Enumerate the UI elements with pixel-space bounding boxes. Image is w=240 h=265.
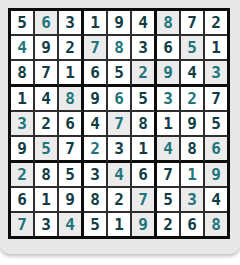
cell-r8c1[interactable]: 6 — [11, 188, 35, 213]
page: { "game": "sudoku", "position": "5631948… — [0, 0, 240, 265]
cell-r1c7[interactable]: 8 — [157, 11, 181, 36]
cell-r7c4[interactable]: 3 — [84, 163, 108, 188]
cell-r8c6[interactable]: 7 — [132, 188, 157, 213]
cell-r9c4[interactable]: 5 — [84, 213, 108, 236]
cell-r7c2[interactable]: 8 — [35, 163, 59, 188]
cell-r5c1[interactable]: 3 — [11, 112, 35, 137]
cell-r8c8[interactable]: 3 — [181, 188, 205, 213]
cell-r8c9[interactable]: 4 — [205, 188, 227, 213]
cell-r2c6[interactable]: 3 — [132, 36, 157, 61]
cell-r8c2[interactable]: 1 — [35, 188, 59, 213]
cell-r8c7[interactable]: 5 — [157, 188, 181, 213]
cell-r7c8[interactable]: 1 — [181, 163, 205, 188]
cell-r3c5[interactable]: 5 — [108, 61, 132, 87]
cell-r3c7[interactable]: 9 — [157, 61, 181, 87]
cell-r9c9[interactable]: 8 — [205, 213, 227, 236]
cell-r9c7[interactable]: 2 — [157, 213, 181, 236]
cell-r5c8[interactable]: 9 — [181, 112, 205, 137]
cell-r9c3[interactable]: 4 — [59, 213, 84, 236]
cell-r3c9[interactable]: 3 — [205, 61, 227, 87]
cell-r4c7[interactable]: 3 — [157, 87, 181, 112]
cell-r1c6[interactable]: 4 — [132, 11, 157, 36]
cell-r1c8[interactable]: 7 — [181, 11, 205, 36]
cell-r5c5[interactable]: 7 — [108, 112, 132, 137]
cell-r2c2[interactable]: 9 — [35, 36, 59, 61]
cell-r1c9[interactable]: 2 — [205, 11, 227, 36]
cell-r9c6[interactable]: 9 — [132, 213, 157, 236]
cell-r6c8[interactable]: 8 — [181, 137, 205, 163]
cell-r4c8[interactable]: 2 — [181, 87, 205, 112]
cell-r9c8[interactable]: 6 — [181, 213, 205, 236]
cell-r4c5[interactable]: 6 — [108, 87, 132, 112]
cell-r1c2[interactable]: 6 — [35, 11, 59, 36]
cell-r6c6[interactable]: 1 — [132, 137, 157, 163]
cell-r7c6[interactable]: 6 — [132, 163, 157, 188]
cell-r3c1[interactable]: 8 — [11, 61, 35, 87]
cell-r2c9[interactable]: 1 — [205, 36, 227, 61]
cell-r4c6[interactable]: 5 — [132, 87, 157, 112]
cell-r6c9[interactable]: 6 — [205, 137, 227, 163]
cell-r2c5[interactable]: 8 — [108, 36, 132, 61]
cell-r7c3[interactable]: 5 — [59, 163, 84, 188]
cell-r3c8[interactable]: 4 — [181, 61, 205, 87]
puzzle-panel: 5631948724927836518716529431489653273264… — [0, 0, 240, 254]
cell-r4c9[interactable]: 7 — [205, 87, 227, 112]
cell-r4c4[interactable]: 9 — [84, 87, 108, 112]
cell-r2c3[interactable]: 2 — [59, 36, 84, 61]
cell-r2c1[interactable]: 4 — [11, 36, 35, 61]
cell-r5c3[interactable]: 6 — [59, 112, 84, 137]
cell-r6c7[interactable]: 4 — [157, 137, 181, 163]
cell-r1c1[interactable]: 5 — [11, 11, 35, 36]
cell-r2c7[interactable]: 6 — [157, 36, 181, 61]
cell-r2c4[interactable]: 7 — [84, 36, 108, 61]
cell-r3c4[interactable]: 6 — [84, 61, 108, 87]
cell-r2c8[interactable]: 5 — [181, 36, 205, 61]
cell-r9c1[interactable]: 7 — [11, 213, 35, 236]
cell-r6c2[interactable]: 5 — [35, 137, 59, 163]
cell-r4c2[interactable]: 4 — [35, 87, 59, 112]
cell-r3c6[interactable]: 2 — [132, 61, 157, 87]
cell-r7c1[interactable]: 2 — [11, 163, 35, 188]
cell-r8c3[interactable]: 9 — [59, 188, 84, 213]
cell-r5c9[interactable]: 5 — [205, 112, 227, 137]
cell-r7c5[interactable]: 4 — [108, 163, 132, 188]
cell-r3c2[interactable]: 7 — [35, 61, 59, 87]
cell-r7c9[interactable]: 9 — [205, 163, 227, 188]
cell-r9c5[interactable]: 1 — [108, 213, 132, 236]
sudoku-board: 5631948724927836518716529431489653273264… — [8, 8, 230, 239]
cell-r1c4[interactable]: 1 — [84, 11, 108, 36]
cell-r5c6[interactable]: 8 — [132, 112, 157, 137]
cell-r8c4[interactable]: 8 — [84, 188, 108, 213]
cell-r6c1[interactable]: 9 — [11, 137, 35, 163]
cell-r5c2[interactable]: 2 — [35, 112, 59, 137]
cell-r4c3[interactable]: 8 — [59, 87, 84, 112]
cell-r3c3[interactable]: 1 — [59, 61, 84, 87]
cell-r5c7[interactable]: 1 — [157, 112, 181, 137]
cell-r1c5[interactable]: 9 — [108, 11, 132, 36]
cell-r5c4[interactable]: 4 — [84, 112, 108, 137]
cell-r6c3[interactable]: 7 — [59, 137, 84, 163]
cell-r6c5[interactable]: 3 — [108, 137, 132, 163]
cell-r9c2[interactable]: 3 — [35, 213, 59, 236]
cell-r1c3[interactable]: 3 — [59, 11, 84, 36]
cell-r4c1[interactable]: 1 — [11, 87, 35, 112]
cell-r8c5[interactable]: 2 — [108, 188, 132, 213]
cell-r6c4[interactable]: 2 — [84, 137, 108, 163]
cell-r7c7[interactable]: 7 — [157, 163, 181, 188]
